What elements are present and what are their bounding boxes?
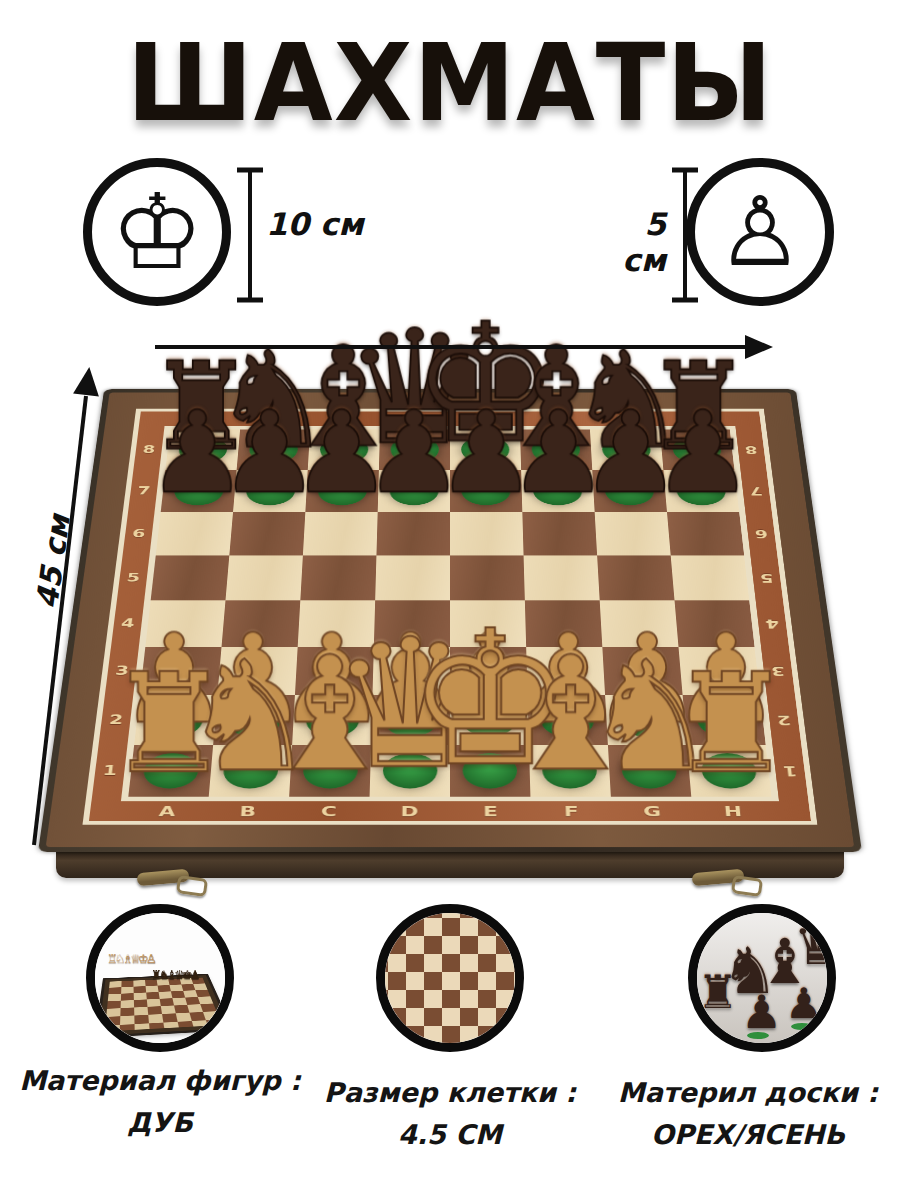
rank-label-right-8: 8	[736, 429, 767, 470]
left-clasp-hook	[176, 875, 208, 897]
rank-label-left-8: 8	[133, 429, 164, 470]
cell-b5	[225, 555, 302, 600]
board-material-label: Материл доски : ОРЕХ/ЯСЕНЬ	[596, 1072, 900, 1156]
rank-label-right-7: 7	[741, 470, 772, 512]
cell-g6	[595, 512, 671, 555]
right-clasp	[688, 867, 762, 897]
rank-label-left-3: 3	[105, 647, 139, 695]
rank-label-left-2: 2	[99, 695, 134, 745]
cell-c6	[303, 512, 378, 555]
rank-label-left-1: 1	[92, 745, 127, 797]
rank-label-left-5: 5	[117, 555, 150, 600]
file-label-bottom-e: E	[450, 801, 531, 821]
file-label-top-h: H	[658, 412, 729, 426]
chess-board-photo: AABBCCDDEEFFGGHH8877665544332211 ♜♞♝♛♚♝♞…	[38, 28, 862, 852]
mini-dark-pieces: ♜♞♝♛♚♟	[151, 969, 198, 981]
cell-g5	[597, 555, 674, 600]
cell-f6	[522, 512, 597, 555]
file-label-bottom-b: B	[207, 801, 289, 821]
board-pieces: ♜♞♝♛♚♝♞♜♟♟♟♟♟♟♟♟♟♟♟♟♟♟♟♟♜♞♝♛♚♝♞♜	[128, 429, 771, 796]
photo-pawn-icon: ♟	[741, 989, 782, 1035]
board-material-photo: ♜ ♛ ♞ ♝ ♟ ♟	[688, 904, 836, 1052]
rank-label-left-6: 6	[123, 512, 155, 555]
figures-material-label: Материал фигур : ДУБ	[10, 1060, 310, 1144]
cell-c5	[300, 555, 376, 600]
cell-size-label: Размер клетки : 4.5 СМ	[310, 1072, 590, 1156]
file-label-top-b: B	[240, 412, 311, 426]
cell-size-line2: 4.5 СМ	[310, 1114, 590, 1156]
rank-label-right-5: 5	[751, 555, 784, 600]
cell-a5	[151, 555, 230, 600]
mini-chess-set-photo: ♖♘♗♕♔♙ ♜♞♝♛♚♟	[95, 913, 225, 1043]
file-label-bottom-c: C	[288, 801, 370, 821]
file-label-bottom-f: F	[531, 801, 613, 821]
file-label-top-c: C	[310, 412, 380, 426]
file-label-bottom-h: H	[692, 801, 775, 821]
left-clasp	[133, 867, 207, 897]
figures-material-photo: ♖♘♗♕♔♙ ♜♞♝♛♚♟	[86, 904, 234, 1052]
file-label-top-d: D	[380, 412, 450, 426]
cell-e6	[450, 512, 524, 555]
cell-h6	[667, 512, 744, 555]
photo-pawn2-icon: ♟	[785, 983, 823, 1025]
board-material-line2: ОРЕХ/ЯСЕНЬ	[596, 1114, 900, 1156]
rank-label-left-4: 4	[111, 600, 144, 647]
cell-a6	[156, 512, 233, 555]
checkerboard-closeup	[385, 913, 515, 1043]
cell-d6	[376, 512, 450, 555]
rank-label-left-7: 7	[128, 470, 159, 512]
rank-label-right-6: 6	[745, 512, 777, 555]
cell-h5	[671, 555, 750, 600]
chess-board: AABBCCDDEEFFGGHH8877665544332211 ♜♞♝♛♚♝♞…	[38, 389, 862, 852]
file-label-bottom-a: A	[126, 801, 209, 821]
cell-b6	[229, 512, 305, 555]
figures-material-line1: Материал фигур :	[10, 1060, 310, 1102]
rank-label-right-3: 3	[761, 647, 795, 695]
board-material-line1: Материл доски :	[596, 1072, 900, 1114]
file-label-top-a: A	[170, 412, 241, 426]
product-page: ШАХМАТЫ ♔ 10 см ♙ 5 см 45 см AABBCCDDEEF…	[0, 0, 900, 1200]
mini-chess-board	[98, 975, 229, 1035]
rank-label-right-4: 4	[756, 600, 789, 647]
file-label-top-g: G	[589, 412, 660, 426]
cell-h1: ♜	[687, 745, 772, 797]
file-label-bottom-d: D	[369, 801, 450, 821]
mini-light-pieces: ♖♘♗♕♔♙	[107, 953, 154, 965]
dark-pieces-closeup: ♜ ♛ ♞ ♝ ♟ ♟	[697, 913, 827, 1043]
file-label-top-f: F	[519, 412, 589, 426]
cell-size-line1: Размер клетки :	[310, 1072, 590, 1114]
cell-h7: ♟	[663, 470, 739, 512]
right-clasp-hook	[731, 875, 763, 897]
figures-material-line2: ДУБ	[10, 1102, 310, 1144]
cell-size-photo	[376, 904, 524, 1052]
file-label-bottom-g: G	[611, 801, 693, 821]
file-label-top-e: E	[450, 412, 520, 426]
